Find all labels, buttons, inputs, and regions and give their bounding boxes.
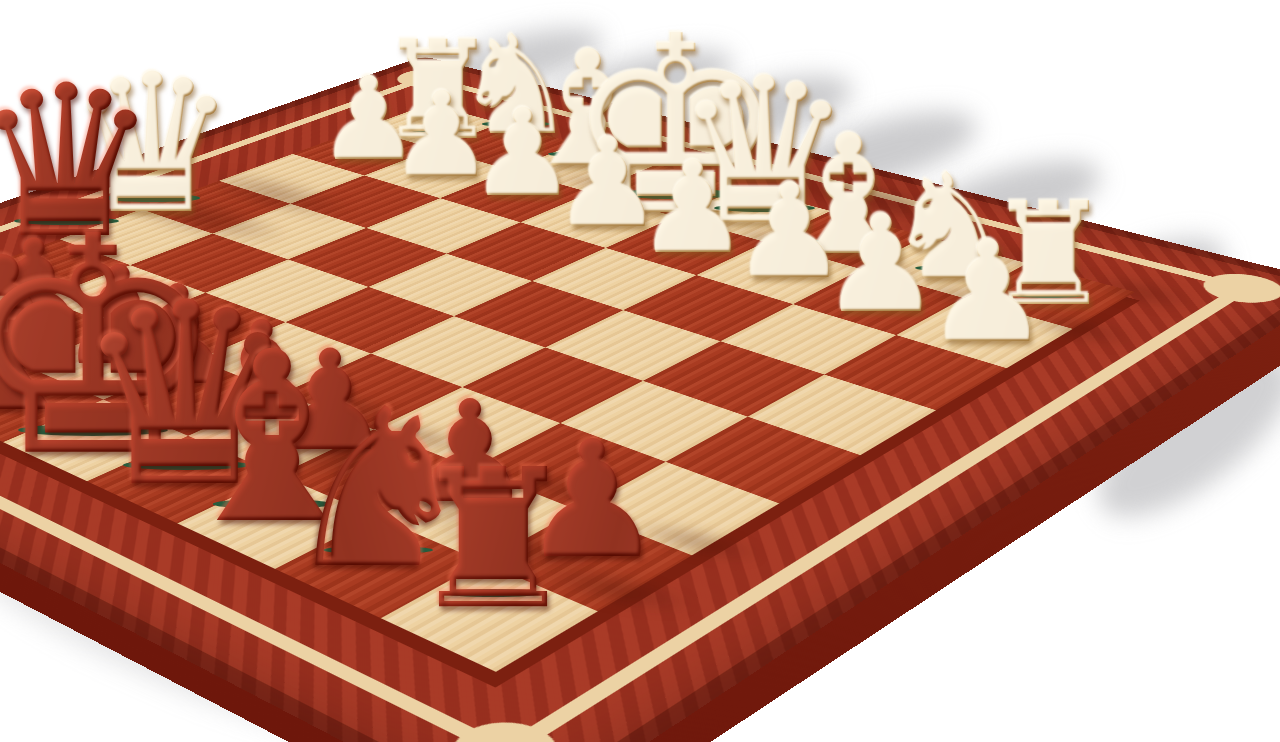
chess-set-product-photo: ♞♜♟♝♟♟♚♛♛♟♛♝♟♞♟♜♟♟♟♟♜♟♞♟♝♟♚♟♛♟♝♟♞♜ <box>0 0 1280 742</box>
white-pawn-b2: ♟ <box>820 197 941 332</box>
white-pawn-a2: ♟ <box>925 222 1051 363</box>
red-rook-a8: ♜ <box>407 444 579 636</box>
